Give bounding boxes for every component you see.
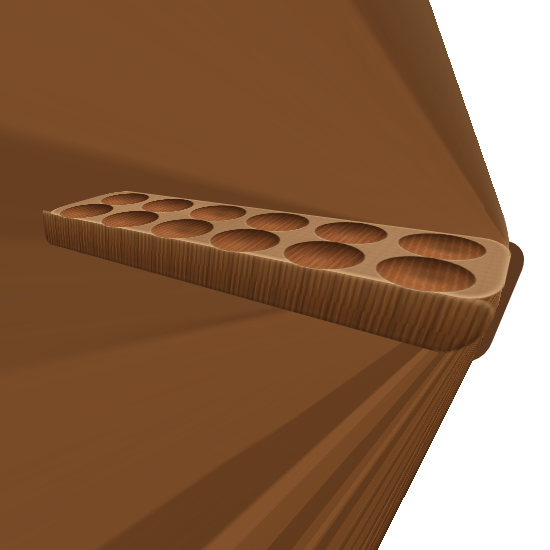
product-photo-scene [0,0,550,550]
